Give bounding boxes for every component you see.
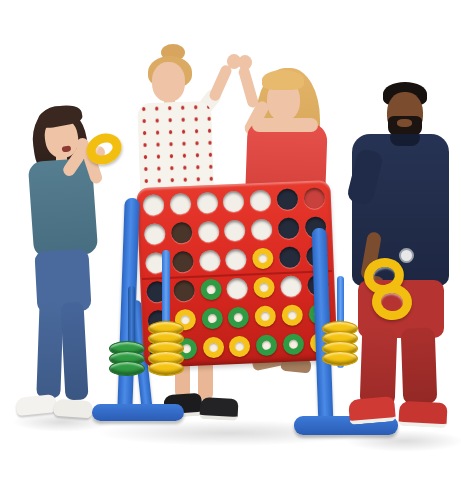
- cell-r6c5: [253, 330, 281, 360]
- shoulder: [252, 118, 318, 132]
- cell-r5c5: [252, 301, 280, 331]
- cell-r1c7: [300, 183, 328, 213]
- high-five-hand: [238, 55, 252, 70]
- white-sneaker: [53, 399, 92, 419]
- empty-hole: [279, 246, 301, 268]
- cell-r2c1: [141, 219, 169, 249]
- yellow-disc: [202, 337, 224, 359]
- cell-r2c6: [275, 213, 303, 243]
- empty-hole: [278, 217, 300, 239]
- yellow-disc: [255, 305, 277, 327]
- jeans-leg: [60, 301, 88, 400]
- cell-r3c3: [196, 246, 224, 276]
- green-disc: [283, 333, 305, 355]
- green-disc: [200, 279, 222, 301]
- yellow-disc: [252, 247, 274, 269]
- yellow-ring: [322, 351, 358, 366]
- empty-hole: [172, 251, 194, 273]
- empty-hole: [304, 187, 326, 209]
- cell-r4c6: [277, 271, 305, 301]
- cell-r3c2: [169, 247, 197, 277]
- yellow-disc: [253, 276, 275, 298]
- cell-r2c4: [221, 215, 249, 245]
- cell-r2c3: [194, 217, 222, 247]
- cell-r2c5: [248, 214, 276, 244]
- cell-r6c4: [226, 331, 254, 361]
- yellow-disc: [282, 304, 304, 326]
- empty-hole: [224, 220, 246, 242]
- green-ring: [109, 361, 145, 376]
- product-photo-scene: [0, 0, 461, 480]
- empty-hole: [251, 218, 273, 240]
- empty-hole: [225, 249, 247, 271]
- red-pants-leg: [360, 327, 398, 406]
- cell-r4c5: [250, 272, 278, 302]
- cell-r1c3: [193, 188, 221, 218]
- empty-hole: [227, 278, 249, 300]
- empty-hole: [196, 192, 218, 214]
- yellow-disc: [229, 336, 251, 358]
- empty-hole: [280, 275, 302, 297]
- empty-hole: [144, 223, 166, 245]
- empty-hole: [169, 193, 191, 215]
- polo-collar: [390, 134, 420, 146]
- cell-r4c3: [197, 275, 225, 305]
- empty-hole: [197, 221, 219, 243]
- cell-r2c2: [167, 218, 195, 248]
- mouth-area: [397, 119, 412, 127]
- cell-r6c3: [199, 333, 227, 363]
- green-disc: [256, 334, 278, 356]
- board-foot-left: [92, 404, 184, 421]
- cell-r1c6: [274, 184, 302, 214]
- cell-r5c3: [198, 304, 226, 334]
- wrist-watch: [399, 248, 414, 263]
- cell-r5c6: [278, 300, 306, 330]
- yellow-ring-stack-left: [149, 300, 183, 376]
- red-pants-leg: [401, 327, 438, 404]
- red-sneaker: [348, 396, 396, 425]
- cell-r5c4: [225, 302, 253, 332]
- empty-hole: [143, 194, 165, 216]
- yellow-ring: [148, 361, 184, 376]
- cell-r3c4: [222, 244, 250, 274]
- empty-hole: [173, 280, 195, 302]
- empty-hole: [223, 191, 245, 213]
- empty-hole: [171, 222, 193, 244]
- cell-r3c6: [276, 242, 304, 272]
- cell-r1c1: [139, 190, 167, 220]
- head: [152, 62, 185, 102]
- hair-fringe: [262, 70, 304, 90]
- cell-r1c5: [247, 185, 275, 215]
- green-disc: [228, 307, 250, 329]
- cell-r4c4: [224, 273, 252, 303]
- red-sneaker: [398, 401, 447, 428]
- yellow-ring-stack-right: [323, 300, 357, 366]
- empty-hole: [250, 190, 272, 212]
- empty-hole: [199, 250, 221, 272]
- green-disc: [201, 308, 223, 330]
- green-ring-stack-ground: [110, 330, 144, 376]
- cell-r1c4: [220, 187, 248, 217]
- cell-r3c5: [249, 243, 277, 273]
- empty-hole: [277, 188, 299, 210]
- cell-r1c2: [166, 189, 194, 219]
- jeans-leg: [36, 300, 63, 399]
- black-sneaker: [199, 397, 238, 421]
- cell-r6c6: [280, 329, 308, 359]
